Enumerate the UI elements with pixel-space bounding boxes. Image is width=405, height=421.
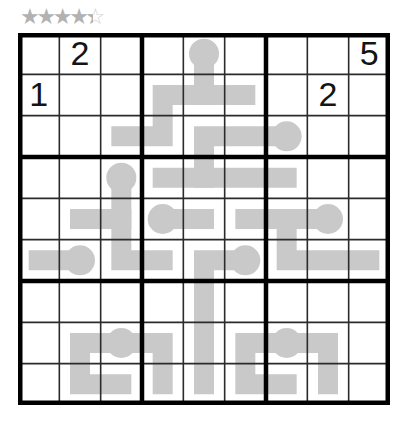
cell-r6c9[interactable] bbox=[349, 240, 390, 281]
cell-r9c1[interactable] bbox=[18, 364, 59, 405]
cell-r6c1[interactable] bbox=[18, 240, 59, 281]
cell-r3c3[interactable] bbox=[101, 116, 142, 157]
cell-r4c5[interactable] bbox=[183, 157, 224, 198]
difficulty-rating: ★★★★☆★ bbox=[20, 4, 102, 30]
cell-r4c7[interactable] bbox=[266, 157, 307, 198]
cell-r5c2[interactable] bbox=[59, 198, 100, 239]
cell-r7c9[interactable] bbox=[349, 281, 390, 322]
cell-r7c5[interactable] bbox=[183, 281, 224, 322]
cell-r1c1[interactable] bbox=[18, 33, 59, 74]
cell-r5c5[interactable] bbox=[183, 198, 224, 239]
cell-r5c9[interactable] bbox=[349, 198, 390, 239]
cell-r3c8[interactable] bbox=[307, 116, 348, 157]
cell-r3c2[interactable] bbox=[59, 116, 100, 157]
cell-r2c4[interactable] bbox=[142, 74, 183, 115]
cell-r5c3[interactable] bbox=[101, 198, 142, 239]
cell-r7c7[interactable] bbox=[266, 281, 307, 322]
star-half-fill: ★ bbox=[86, 4, 93, 30]
star-full-icon: ★ bbox=[69, 4, 85, 30]
given-digit: 2 bbox=[71, 34, 90, 73]
cell-r5c4[interactable] bbox=[142, 198, 183, 239]
cell-r4c8[interactable] bbox=[307, 157, 348, 198]
cell-r4c1[interactable] bbox=[18, 157, 59, 198]
cell-r6c7[interactable] bbox=[266, 240, 307, 281]
cell-r7c6[interactable] bbox=[225, 281, 266, 322]
cell-r9c5[interactable] bbox=[183, 364, 224, 405]
sudoku-board: 2512 bbox=[18, 33, 390, 405]
cell-r1c7[interactable] bbox=[266, 33, 307, 74]
cell-r2c7[interactable] bbox=[266, 74, 307, 115]
cell-r1c9[interactable]: 5 bbox=[349, 33, 390, 74]
cell-r4c9[interactable] bbox=[349, 157, 390, 198]
cell-r4c6[interactable] bbox=[225, 157, 266, 198]
cell-r9c9[interactable] bbox=[349, 364, 390, 405]
cell-r6c5[interactable] bbox=[183, 240, 224, 281]
cell-r7c2[interactable] bbox=[59, 281, 100, 322]
cell-r4c3[interactable] bbox=[101, 157, 142, 198]
cell-r5c7[interactable] bbox=[266, 198, 307, 239]
cell-r7c4[interactable] bbox=[142, 281, 183, 322]
cell-grid: 2512 bbox=[18, 33, 390, 405]
cell-r3c7[interactable] bbox=[266, 116, 307, 157]
given-digit: 1 bbox=[29, 75, 48, 114]
cell-r9c7[interactable] bbox=[266, 364, 307, 405]
cell-r8c4[interactable] bbox=[142, 322, 183, 363]
cell-r7c3[interactable] bbox=[101, 281, 142, 322]
cell-r9c8[interactable] bbox=[307, 364, 348, 405]
cell-r1c3[interactable] bbox=[101, 33, 142, 74]
cell-r5c1[interactable] bbox=[18, 198, 59, 239]
cell-r2c8[interactable]: 2 bbox=[307, 74, 348, 115]
given-digit: 2 bbox=[319, 75, 338, 114]
cell-r7c8[interactable] bbox=[307, 281, 348, 322]
cell-r8c6[interactable] bbox=[225, 322, 266, 363]
cell-r3c1[interactable] bbox=[18, 116, 59, 157]
cell-r3c4[interactable] bbox=[142, 116, 183, 157]
cell-r6c2[interactable] bbox=[59, 240, 100, 281]
cell-r6c4[interactable] bbox=[142, 240, 183, 281]
cell-r2c1[interactable]: 1 bbox=[18, 74, 59, 115]
star-half-icon: ☆★ bbox=[86, 4, 102, 30]
cell-r8c5[interactable] bbox=[183, 322, 224, 363]
cell-r2c3[interactable] bbox=[101, 74, 142, 115]
puzzle-page: ★★★★☆★ 2512 bbox=[0, 0, 405, 421]
cell-r3c5[interactable] bbox=[183, 116, 224, 157]
cell-r2c6[interactable] bbox=[225, 74, 266, 115]
cell-r8c1[interactable] bbox=[18, 322, 59, 363]
cell-r6c8[interactable] bbox=[307, 240, 348, 281]
star-full-icon: ★ bbox=[53, 4, 69, 30]
cell-r2c2[interactable] bbox=[59, 74, 100, 115]
cell-r6c6[interactable] bbox=[225, 240, 266, 281]
cell-r8c2[interactable] bbox=[59, 322, 100, 363]
given-digit: 5 bbox=[360, 34, 379, 73]
cell-r9c2[interactable] bbox=[59, 364, 100, 405]
cell-r9c3[interactable] bbox=[101, 364, 142, 405]
cell-r4c2[interactable] bbox=[59, 157, 100, 198]
cell-r5c6[interactable] bbox=[225, 198, 266, 239]
cell-r9c6[interactable] bbox=[225, 364, 266, 405]
cell-r8c8[interactable] bbox=[307, 322, 348, 363]
cell-r8c9[interactable] bbox=[349, 322, 390, 363]
cell-r4c4[interactable] bbox=[142, 157, 183, 198]
cell-r3c6[interactable] bbox=[225, 116, 266, 157]
cell-r1c4[interactable] bbox=[142, 33, 183, 74]
cell-r8c7[interactable] bbox=[266, 322, 307, 363]
cell-r5c8[interactable] bbox=[307, 198, 348, 239]
cell-r1c2[interactable]: 2 bbox=[59, 33, 100, 74]
star-full-icon: ★ bbox=[36, 4, 52, 30]
star-full-icon: ★ bbox=[20, 4, 36, 30]
cell-r1c6[interactable] bbox=[225, 33, 266, 74]
cell-r2c9[interactable] bbox=[349, 74, 390, 115]
cell-r8c3[interactable] bbox=[101, 322, 142, 363]
cell-r3c9[interactable] bbox=[349, 116, 390, 157]
cell-r6c3[interactable] bbox=[101, 240, 142, 281]
cell-r1c5[interactable] bbox=[183, 33, 224, 74]
cell-r1c8[interactable] bbox=[307, 33, 348, 74]
cell-r7c1[interactable] bbox=[18, 281, 59, 322]
cell-r2c5[interactable] bbox=[183, 74, 224, 115]
cell-r9c4[interactable] bbox=[142, 364, 183, 405]
